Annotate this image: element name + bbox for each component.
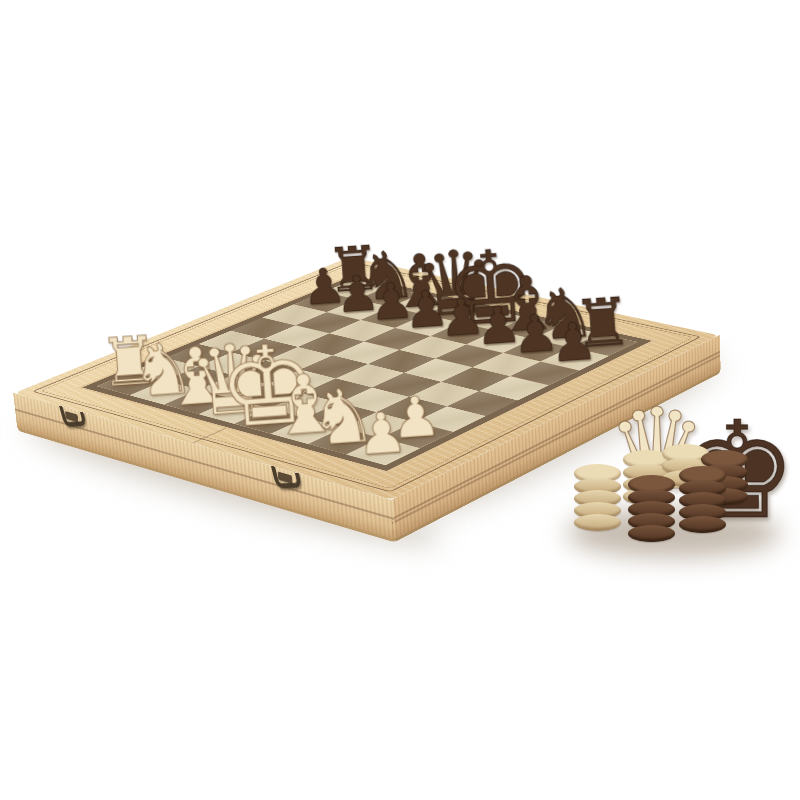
dark-checker <box>628 525 675 542</box>
extra-pieces-area: ♛♚ <box>0 0 800 800</box>
dark-checker-stack <box>628 475 675 542</box>
light-checker <box>574 514 621 531</box>
light-checker-stack <box>574 464 621 531</box>
dark-checker-stack <box>679 466 726 533</box>
product-photo: ♜♞♝♛♚♝♞♜♟♟♟♟♟♟♟♟♟♜♞♝♛♚♝♞♟ <box>0 0 800 800</box>
dark-checker <box>679 516 726 533</box>
